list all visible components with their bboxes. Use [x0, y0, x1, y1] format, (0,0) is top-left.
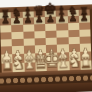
chess-set: ♜♞♝♛♚♝♞♜♟♟♟♟♟♟♟♟♟♟♟♟♟♟♟♟♜♞♝♛♚♝♞♜ — [0, 4, 92, 92]
square-f1: ♝ — [58, 61, 70, 71]
square-b1: ♞ — [13, 62, 25, 72]
square-g1: ♞ — [69, 60, 81, 70]
square-e1: ♚ — [46, 61, 58, 71]
chess-board: ♜♞♝♛♚♝♞♜♟♟♟♟♟♟♟♟♟♟♟♟♟♟♟♟♜♞♝♛♚♝♞♜ — [0, 9, 92, 72]
square-h1: ♜ — [80, 60, 92, 70]
board-middle-band: ♜♞♝♛♚♝♞♜♟♟♟♟♟♟♟♟♟♟♟♟♟♟♟♟♜♞♝♛♚♝♞♜ — [0, 9, 92, 72]
square-d1: ♛ — [35, 61, 47, 71]
chess-set-photo: ♜♞♝♛♚♝♞♜♟♟♟♟♟♟♟♟♟♟♟♟♟♟♟♟♜♞♝♛♚♝♞♜ — [0, 0, 92, 92]
square-a1: ♜ — [1, 63, 13, 73]
square-c1: ♝ — [24, 62, 36, 72]
